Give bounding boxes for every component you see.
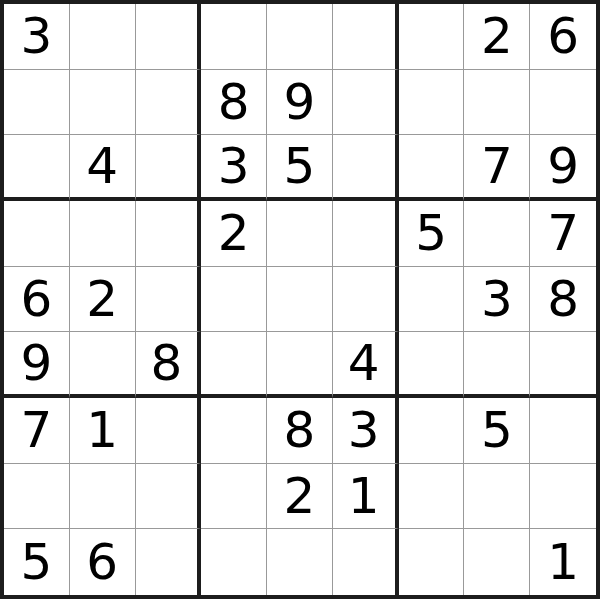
sudoku-cell-r9c8[interactable] [464,529,530,595]
sudoku-cell-r3c3[interactable] [136,135,202,201]
sudoku-cell-r6c3[interactable]: 8 [136,332,202,398]
sudoku-cell-r7c8[interactable]: 5 [464,398,530,464]
sudoku-cell-r5c5[interactable] [267,267,333,333]
sudoku-cell-r1c2[interactable] [70,4,136,70]
sudoku-cell-r5c3[interactable] [136,267,202,333]
sudoku-cell-r4c9[interactable]: 7 [530,201,596,267]
sudoku-cell-r7c3[interactable] [136,398,202,464]
sudoku-cell-r6c6[interactable]: 4 [333,332,399,398]
sudoku-cell-r6c2[interactable] [70,332,136,398]
sudoku-cell-r9c7[interactable] [399,529,465,595]
sudoku-cell-r3c1[interactable] [4,135,70,201]
sudoku-cell-r4c6[interactable] [333,201,399,267]
sudoku-cell-r3c2[interactable]: 4 [70,135,136,201]
sudoku-cell-r5c9[interactable]: 8 [530,267,596,333]
sudoku-cell-r9c2[interactable]: 6 [70,529,136,595]
sudoku-cell-r1c6[interactable] [333,4,399,70]
sudoku-cell-r4c8[interactable] [464,201,530,267]
sudoku-cell-r1c9[interactable]: 6 [530,4,596,70]
sudoku-cell-r2c3[interactable] [136,70,202,136]
sudoku-cell-r7c2[interactable]: 1 [70,398,136,464]
sudoku-cell-r8c5[interactable]: 2 [267,464,333,530]
sudoku-cell-r5c4[interactable] [201,267,267,333]
sudoku-cell-r1c8[interactable]: 2 [464,4,530,70]
sudoku-cell-r1c5[interactable] [267,4,333,70]
sudoku-cell-r9c5[interactable] [267,529,333,595]
sudoku-cell-r5c7[interactable] [399,267,465,333]
sudoku-cell-r7c1[interactable]: 7 [4,398,70,464]
sudoku-cell-r1c3[interactable] [136,4,202,70]
sudoku-cell-r8c9[interactable] [530,464,596,530]
sudoku-cell-r5c8[interactable]: 3 [464,267,530,333]
sudoku-cell-r4c4[interactable]: 2 [201,201,267,267]
sudoku-cell-r9c4[interactable] [201,529,267,595]
sudoku-cell-r1c1[interactable]: 3 [4,4,70,70]
sudoku-grid: 326894357925762389847183521561 [4,4,596,595]
sudoku-cell-r3c9[interactable]: 9 [530,135,596,201]
sudoku-cell-r2c1[interactable] [4,70,70,136]
sudoku-cell-r2c6[interactable] [333,70,399,136]
sudoku-cell-r4c1[interactable] [4,201,70,267]
sudoku-cell-r2c2[interactable] [70,70,136,136]
sudoku-cell-r4c3[interactable] [136,201,202,267]
sudoku-cell-r2c8[interactable] [464,70,530,136]
sudoku-cell-r3c5[interactable]: 5 [267,135,333,201]
sudoku-cell-r2c4[interactable]: 8 [201,70,267,136]
sudoku-cell-r4c7[interactable]: 5 [399,201,465,267]
sudoku-cell-r8c1[interactable] [4,464,70,530]
sudoku-cell-r3c7[interactable] [399,135,465,201]
sudoku-cell-r7c9[interactable] [530,398,596,464]
sudoku-cell-r5c1[interactable]: 6 [4,267,70,333]
sudoku-cell-r2c5[interactable]: 9 [267,70,333,136]
sudoku-cell-r6c7[interactable] [399,332,465,398]
sudoku-cell-r8c6[interactable]: 1 [333,464,399,530]
sudoku-cell-r6c9[interactable] [530,332,596,398]
sudoku-cell-r4c2[interactable] [70,201,136,267]
sudoku-cell-r6c5[interactable] [267,332,333,398]
sudoku-cell-r5c2[interactable]: 2 [70,267,136,333]
sudoku-cell-r3c4[interactable]: 3 [201,135,267,201]
sudoku-cell-r7c7[interactable] [399,398,465,464]
sudoku-cell-r2c7[interactable] [399,70,465,136]
sudoku-cell-r7c4[interactable] [201,398,267,464]
sudoku-cell-r6c4[interactable] [201,332,267,398]
sudoku-cell-r6c1[interactable]: 9 [4,332,70,398]
sudoku-cell-r8c3[interactable] [136,464,202,530]
sudoku-cell-r8c2[interactable] [70,464,136,530]
sudoku-cell-r3c6[interactable] [333,135,399,201]
sudoku-cell-r1c4[interactable] [201,4,267,70]
sudoku-cell-r2c9[interactable] [530,70,596,136]
sudoku-cell-r1c7[interactable] [399,4,465,70]
sudoku-cell-r9c9[interactable]: 1 [530,529,596,595]
sudoku-cell-r7c6[interactable]: 3 [333,398,399,464]
sudoku-cell-r9c1[interactable]: 5 [4,529,70,595]
sudoku-board: 326894357925762389847183521561 [0,0,600,599]
sudoku-cell-r9c3[interactable] [136,529,202,595]
sudoku-cell-r8c8[interactable] [464,464,530,530]
sudoku-cell-r5c6[interactable] [333,267,399,333]
sudoku-cell-r4c5[interactable] [267,201,333,267]
sudoku-cell-r7c5[interactable]: 8 [267,398,333,464]
sudoku-cell-r6c8[interactable] [464,332,530,398]
sudoku-cell-r8c4[interactable] [201,464,267,530]
sudoku-cell-r9c6[interactable] [333,529,399,595]
sudoku-cell-r3c8[interactable]: 7 [464,135,530,201]
sudoku-cell-r8c7[interactable] [399,464,465,530]
